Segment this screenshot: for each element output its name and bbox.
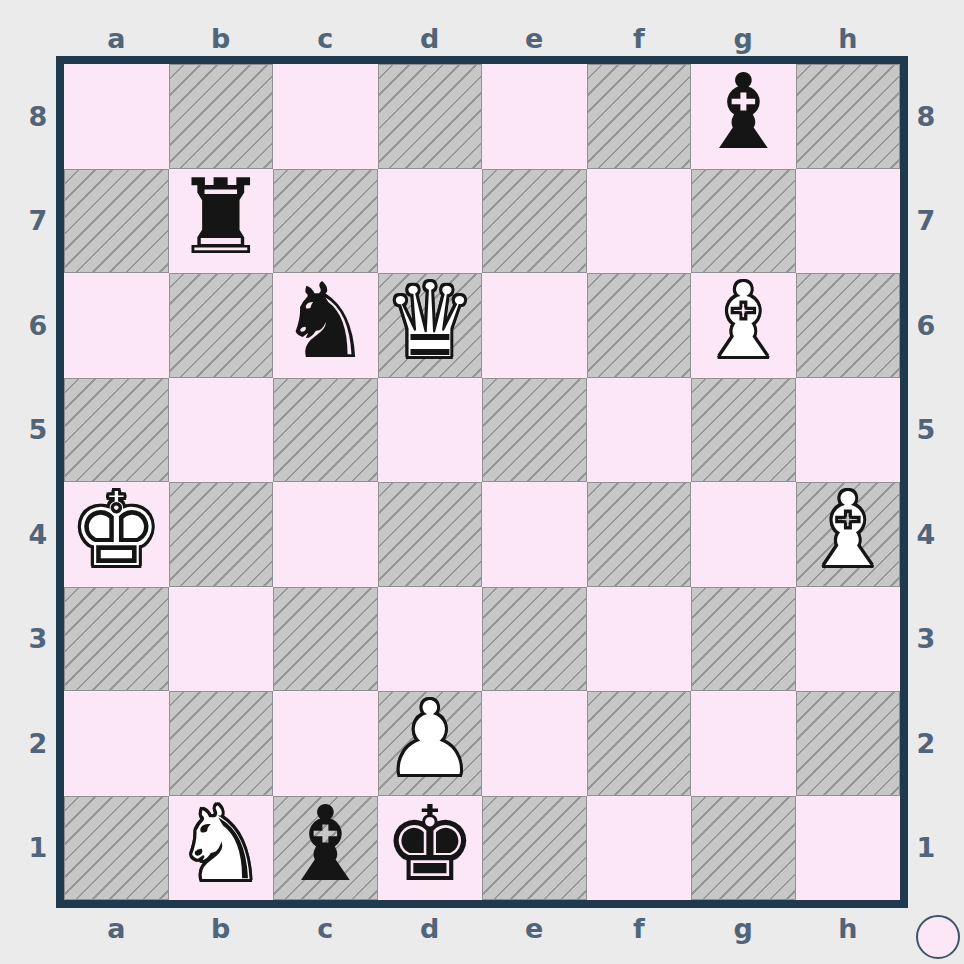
square-h7[interactable] [796, 169, 901, 274]
piece-white-pawn: ♟ [383, 687, 476, 791]
square-b3[interactable] [169, 587, 274, 692]
square-a7[interactable] [64, 169, 169, 274]
file-label-b: b [169, 911, 274, 945]
rank-label-2: 2 [908, 691, 944, 796]
square-d8[interactable] [378, 64, 483, 169]
rank-label-6: 6 [20, 273, 56, 378]
rank-label-4: 4 [908, 482, 944, 587]
square-b2[interactable] [169, 691, 274, 796]
rank-label-7: 7 [908, 169, 944, 274]
rank-label-8: 8 [20, 64, 56, 169]
piece-black-knight: ♞ [279, 269, 372, 373]
rank-label-6: 6 [908, 273, 944, 378]
square-c2[interactable] [273, 691, 378, 796]
square-b4[interactable] [169, 482, 274, 587]
square-c6[interactable]: ♞ [273, 273, 378, 378]
square-g8[interactable]: ♝ [691, 64, 796, 169]
file-label-g: g [691, 911, 796, 945]
square-a5[interactable] [64, 378, 169, 483]
square-g5[interactable] [691, 378, 796, 483]
file-label-c: c [273, 911, 378, 945]
square-d1[interactable]: ♚ [378, 796, 483, 901]
rank-label-5: 5 [908, 378, 944, 483]
square-c7[interactable] [273, 169, 378, 274]
piece-black-king: ♚ [383, 792, 476, 896]
square-g4[interactable] [691, 482, 796, 587]
square-a8[interactable] [64, 64, 169, 169]
square-g3[interactable] [691, 587, 796, 692]
file-label-f: f [587, 911, 692, 945]
square-b5[interactable] [169, 378, 274, 483]
square-h8[interactable] [796, 64, 901, 169]
rank-label-3: 3 [20, 587, 56, 692]
rank-label-7: 7 [20, 169, 56, 274]
square-a2[interactable] [64, 691, 169, 796]
square-f7[interactable] [587, 169, 692, 274]
piece-white-king: ♚ [70, 478, 163, 582]
piece-white-bishop: ♝ [801, 478, 894, 582]
file-label-a: a [64, 911, 169, 945]
square-e2[interactable] [482, 691, 587, 796]
square-a1[interactable] [64, 796, 169, 901]
square-g7[interactable] [691, 169, 796, 274]
square-g6[interactable]: ♝ [691, 273, 796, 378]
rank-labels-left: 87654321 [20, 64, 56, 900]
file-label-e: e [482, 911, 587, 945]
square-f1[interactable] [587, 796, 692, 901]
square-e7[interactable] [482, 169, 587, 274]
square-f5[interactable] [587, 378, 692, 483]
piece-black-bishop: ♝ [697, 60, 790, 164]
square-h2[interactable] [796, 691, 901, 796]
file-label-b: b [169, 21, 274, 55]
square-c1[interactable]: ♝ [273, 796, 378, 901]
square-f3[interactable] [587, 587, 692, 692]
square-a6[interactable] [64, 273, 169, 378]
file-labels-bottom: abcdefgh [64, 911, 900, 945]
square-c8[interactable] [273, 64, 378, 169]
square-h3[interactable] [796, 587, 901, 692]
square-b8[interactable] [169, 64, 274, 169]
rank-label-5: 5 [20, 378, 56, 483]
square-b6[interactable] [169, 273, 274, 378]
rank-label-4: 4 [20, 482, 56, 587]
rank-label-2: 2 [20, 691, 56, 796]
file-label-h: h [796, 911, 901, 945]
board-frame: ♝♜♞♛♝♚♝♟♞♝♚ [56, 56, 908, 908]
piece-white-knight: ♞ [174, 792, 267, 896]
square-a3[interactable] [64, 587, 169, 692]
file-label-e: e [482, 21, 587, 55]
file-label-d: d [378, 911, 483, 945]
file-label-d: d [378, 21, 483, 55]
file-label-g: g [691, 21, 796, 55]
file-label-f: f [587, 21, 692, 55]
square-d3[interactable] [378, 587, 483, 692]
square-f4[interactable] [587, 482, 692, 587]
rank-label-1: 1 [20, 796, 56, 901]
square-f2[interactable] [587, 691, 692, 796]
file-label-a: a [64, 21, 169, 55]
square-d6[interactable]: ♛ [378, 273, 483, 378]
square-d7[interactable] [378, 169, 483, 274]
square-g2[interactable] [691, 691, 796, 796]
piece-white-queen: ♛ [383, 269, 476, 373]
rank-label-1: 1 [908, 796, 944, 901]
square-f8[interactable] [587, 64, 692, 169]
file-label-h: h [796, 21, 901, 55]
square-e8[interactable] [482, 64, 587, 169]
rank-label-3: 3 [908, 587, 944, 692]
square-b1[interactable]: ♞ [169, 796, 274, 901]
square-f6[interactable] [587, 273, 692, 378]
file-label-c: c [273, 21, 378, 55]
square-c5[interactable] [273, 378, 378, 483]
square-e1[interactable] [482, 796, 587, 901]
square-d5[interactable] [378, 378, 483, 483]
square-e4[interactable] [482, 482, 587, 587]
square-c4[interactable] [273, 482, 378, 587]
square-b7[interactable]: ♜ [169, 169, 274, 274]
square-c3[interactable] [273, 587, 378, 692]
square-h5[interactable] [796, 378, 901, 483]
rank-labels-right: 87654321 [908, 64, 944, 900]
square-d2[interactable]: ♟ [378, 691, 483, 796]
piece-black-bishop: ♝ [279, 792, 372, 896]
chess-board: ♝♜♞♛♝♚♝♟♞♝♚ [64, 64, 900, 900]
square-e5[interactable] [482, 378, 587, 483]
rank-label-8: 8 [908, 64, 944, 169]
file-labels-top: abcdefgh [64, 21, 900, 55]
square-d4[interactable] [378, 482, 483, 587]
square-e6[interactable] [482, 273, 587, 378]
piece-black-rook: ♜ [174, 165, 267, 269]
square-h4[interactable]: ♝ [796, 482, 901, 587]
square-h1[interactable] [796, 796, 901, 901]
square-h6[interactable] [796, 273, 901, 378]
square-a4[interactable]: ♚ [64, 482, 169, 587]
piece-white-bishop: ♝ [697, 269, 790, 373]
square-g1[interactable] [691, 796, 796, 901]
side-to-move-indicator [916, 915, 960, 959]
chess-diagram: abcdefgh 87654321 87654321 abcdefgh ♝♜♞♛… [0, 0, 964, 964]
square-e3[interactable] [482, 587, 587, 692]
